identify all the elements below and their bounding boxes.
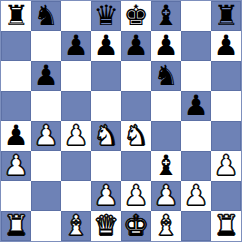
white-pawn[interactable]: ♟: [123, 182, 148, 210]
white-rook[interactable]: ♜: [3, 212, 28, 240]
white-bishop[interactable]: ♝: [153, 212, 178, 240]
square-g2[interactable]: ♟: [181, 181, 211, 211]
square-e2[interactable]: ♟: [121, 181, 151, 211]
square-g8[interactable]: [181, 1, 211, 31]
square-a2[interactable]: [1, 181, 31, 211]
square-h1[interactable]: ♜: [211, 211, 241, 241]
square-g6[interactable]: [181, 61, 211, 91]
square-c4[interactable]: ♟: [61, 121, 91, 151]
square-c7[interactable]: ♟: [61, 31, 91, 61]
square-b7[interactable]: [31, 31, 61, 61]
square-f7[interactable]: ♟: [151, 31, 181, 61]
square-h3[interactable]: ♟: [211, 151, 241, 181]
square-a1[interactable]: ♜: [1, 211, 31, 241]
chess-board: ♜♞♛♚♝♜♟♟♟♟♟♟♞♟♟♟♟♞♞♟♝♟♟♟♟♟♜♝♛♚♝♜: [0, 0, 242, 242]
square-f5[interactable]: [151, 91, 181, 121]
white-bishop[interactable]: ♝: [63, 212, 88, 240]
square-a7[interactable]: [1, 31, 31, 61]
square-a8[interactable]: ♜: [1, 1, 31, 31]
square-g5[interactable]: ♟: [181, 91, 211, 121]
square-g7[interactable]: [181, 31, 211, 61]
square-b1[interactable]: [31, 211, 61, 241]
square-d4[interactable]: ♞: [91, 121, 121, 151]
square-h8[interactable]: ♜: [211, 1, 241, 31]
square-d5[interactable]: [91, 91, 121, 121]
square-b4[interactable]: ♟: [31, 121, 61, 151]
black-pawn[interactable]: ♟: [33, 62, 58, 90]
white-knight[interactable]: ♞: [123, 122, 148, 150]
square-c3[interactable]: [61, 151, 91, 181]
black-pawn[interactable]: ♟: [183, 92, 208, 120]
square-g3[interactable]: [181, 151, 211, 181]
black-pawn[interactable]: ♟: [123, 32, 148, 60]
square-c5[interactable]: [61, 91, 91, 121]
white-pawn[interactable]: ♟: [153, 182, 178, 210]
black-knight[interactable]: ♞: [33, 2, 58, 30]
square-f2[interactable]: ♟: [151, 181, 181, 211]
square-c6[interactable]: [61, 61, 91, 91]
square-f8[interactable]: ♝: [151, 1, 181, 31]
square-a3[interactable]: ♟: [1, 151, 31, 181]
black-pawn[interactable]: ♟: [153, 32, 178, 60]
black-pawn[interactable]: ♟: [93, 32, 118, 60]
black-rook[interactable]: ♜: [213, 2, 238, 30]
square-a6[interactable]: [1, 61, 31, 91]
white-rook[interactable]: ♜: [213, 212, 238, 240]
black-pawn[interactable]: ♟: [213, 32, 238, 60]
square-e3[interactable]: [121, 151, 151, 181]
square-g1[interactable]: [181, 211, 211, 241]
square-a5[interactable]: [1, 91, 31, 121]
square-f4[interactable]: [151, 121, 181, 151]
black-pawn[interactable]: ♟: [63, 32, 88, 60]
black-knight[interactable]: ♞: [153, 62, 178, 90]
black-rook[interactable]: ♜: [3, 2, 28, 30]
square-d6[interactable]: [91, 61, 121, 91]
square-e8[interactable]: ♚: [121, 1, 151, 31]
white-king[interactable]: ♚: [123, 212, 148, 240]
white-pawn[interactable]: ♟: [183, 182, 208, 210]
square-e6[interactable]: [121, 61, 151, 91]
square-c1[interactable]: ♝: [61, 211, 91, 241]
white-knight[interactable]: ♞: [93, 122, 118, 150]
square-b8[interactable]: ♞: [31, 1, 61, 31]
square-b3[interactable]: [31, 151, 61, 181]
white-pawn[interactable]: ♟: [33, 122, 58, 150]
white-queen[interactable]: ♛: [93, 212, 118, 240]
square-d7[interactable]: ♟: [91, 31, 121, 61]
black-bishop[interactable]: ♝: [153, 152, 178, 180]
square-e4[interactable]: ♞: [121, 121, 151, 151]
square-d2[interactable]: ♟: [91, 181, 121, 211]
square-e7[interactable]: ♟: [121, 31, 151, 61]
black-pawn[interactable]: ♟: [3, 122, 28, 150]
square-b2[interactable]: [31, 181, 61, 211]
square-g4[interactable]: [181, 121, 211, 151]
square-h6[interactable]: [211, 61, 241, 91]
square-h5[interactable]: [211, 91, 241, 121]
square-f1[interactable]: ♝: [151, 211, 181, 241]
square-e5[interactable]: [121, 91, 151, 121]
black-bishop[interactable]: ♝: [153, 2, 178, 30]
white-pawn[interactable]: ♟: [213, 152, 238, 180]
white-pawn[interactable]: ♟: [93, 182, 118, 210]
square-a4[interactable]: ♟: [1, 121, 31, 151]
square-h4[interactable]: [211, 121, 241, 151]
black-king[interactable]: ♚: [123, 2, 148, 30]
square-c8[interactable]: [61, 1, 91, 31]
white-pawn[interactable]: ♟: [3, 152, 28, 180]
square-f6[interactable]: ♞: [151, 61, 181, 91]
square-c2[interactable]: [61, 181, 91, 211]
square-b5[interactable]: [31, 91, 61, 121]
black-queen[interactable]: ♛: [93, 2, 118, 30]
square-e1[interactable]: ♚: [121, 211, 151, 241]
square-d3[interactable]: [91, 151, 121, 181]
square-d1[interactable]: ♛: [91, 211, 121, 241]
square-h7[interactable]: ♟: [211, 31, 241, 61]
square-d8[interactable]: ♛: [91, 1, 121, 31]
white-pawn[interactable]: ♟: [63, 122, 88, 150]
square-b6[interactable]: ♟: [31, 61, 61, 91]
square-h2[interactable]: [211, 181, 241, 211]
square-f3[interactable]: ♝: [151, 151, 181, 181]
